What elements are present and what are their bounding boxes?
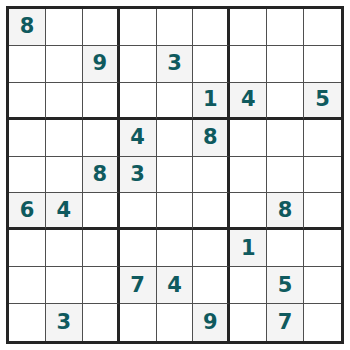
cell-r7c8[interactable]	[267, 230, 304, 267]
cell-r3c8[interactable]	[267, 83, 304, 120]
cell-r9c3[interactable]	[83, 304, 120, 341]
cell-r6c4[interactable]	[120, 193, 157, 230]
cell-r7c1[interactable]	[9, 230, 46, 267]
cell-r2c5[interactable]: 3	[157, 46, 194, 83]
cell-r8c6[interactable]	[193, 267, 230, 304]
cell-r1c1[interactable]: 8	[9, 9, 46, 46]
cell-r5c3[interactable]: 8	[83, 157, 120, 194]
cell-r8c2[interactable]	[46, 267, 83, 304]
cell-r3c2[interactable]	[46, 83, 83, 120]
cell-r9c7[interactable]	[230, 304, 267, 341]
cell-r9c2[interactable]: 3	[46, 304, 83, 341]
cell-r2c8[interactable]	[267, 46, 304, 83]
cell-r7c6[interactable]	[193, 230, 230, 267]
cell-r7c9[interactable]	[304, 230, 341, 267]
cell-r1c3[interactable]	[83, 9, 120, 46]
cell-r8c7[interactable]	[230, 267, 267, 304]
cell-r1c4[interactable]	[120, 9, 157, 46]
cell-r1c2[interactable]	[46, 9, 83, 46]
cell-r4c4[interactable]: 4	[120, 120, 157, 157]
cell-r2c7[interactable]	[230, 46, 267, 83]
cell-r3c7[interactable]: 4	[230, 83, 267, 120]
cell-r7c4[interactable]	[120, 230, 157, 267]
cell-r2c2[interactable]	[46, 46, 83, 83]
cell-r7c7[interactable]: 1	[230, 230, 267, 267]
cell-r5c7[interactable]	[230, 157, 267, 194]
cell-r4c3[interactable]	[83, 120, 120, 157]
cell-r5c6[interactable]	[193, 157, 230, 194]
cell-r6c9[interactable]	[304, 193, 341, 230]
cell-r4c5[interactable]	[157, 120, 194, 157]
cell-r4c8[interactable]	[267, 120, 304, 157]
cell-r9c4[interactable]	[120, 304, 157, 341]
cell-r6c5[interactable]	[157, 193, 194, 230]
cell-r9c6[interactable]: 9	[193, 304, 230, 341]
cell-r6c6[interactable]	[193, 193, 230, 230]
cell-r8c8[interactable]: 5	[267, 267, 304, 304]
sudoku-page: 89314548836481745397	[0, 0, 350, 350]
cell-r3c6[interactable]: 1	[193, 83, 230, 120]
cell-r6c7[interactable]	[230, 193, 267, 230]
sudoku-board: 89314548836481745397	[6, 6, 344, 344]
cell-r3c5[interactable]	[157, 83, 194, 120]
cell-r8c4[interactable]: 7	[120, 267, 157, 304]
cell-r1c7[interactable]	[230, 9, 267, 46]
cell-r8c5[interactable]: 4	[157, 267, 194, 304]
cell-r8c1[interactable]	[9, 267, 46, 304]
cell-r9c9[interactable]	[304, 304, 341, 341]
cell-r9c5[interactable]	[157, 304, 194, 341]
cell-r5c2[interactable]	[46, 157, 83, 194]
cell-r1c5[interactable]	[157, 9, 194, 46]
cell-r7c2[interactable]	[46, 230, 83, 267]
cell-r4c1[interactable]	[9, 120, 46, 157]
cell-r4c6[interactable]: 8	[193, 120, 230, 157]
cell-r5c1[interactable]	[9, 157, 46, 194]
cell-r6c8[interactable]: 8	[267, 193, 304, 230]
cell-r7c3[interactable]	[83, 230, 120, 267]
cell-r1c8[interactable]	[267, 9, 304, 46]
cell-r2c4[interactable]	[120, 46, 157, 83]
cell-r3c4[interactable]	[120, 83, 157, 120]
cell-r8c9[interactable]	[304, 267, 341, 304]
cell-r8c3[interactable]	[83, 267, 120, 304]
cell-r5c8[interactable]	[267, 157, 304, 194]
cell-r5c9[interactable]	[304, 157, 341, 194]
cell-r2c6[interactable]	[193, 46, 230, 83]
cell-r7c5[interactable]	[157, 230, 194, 267]
cell-r9c8[interactable]: 7	[267, 304, 304, 341]
cell-r3c9[interactable]: 5	[304, 83, 341, 120]
cell-r3c3[interactable]	[83, 83, 120, 120]
cell-r5c4[interactable]: 3	[120, 157, 157, 194]
cell-r9c1[interactable]	[9, 304, 46, 341]
cell-r3c1[interactable]	[9, 83, 46, 120]
cell-r2c3[interactable]: 9	[83, 46, 120, 83]
cell-r5c5[interactable]	[157, 157, 194, 194]
cell-r6c2[interactable]: 4	[46, 193, 83, 230]
cell-r4c7[interactable]	[230, 120, 267, 157]
cell-r1c6[interactable]	[193, 9, 230, 46]
cell-r4c9[interactable]	[304, 120, 341, 157]
cell-r2c1[interactable]	[9, 46, 46, 83]
cell-r6c3[interactable]	[83, 193, 120, 230]
cell-r4c2[interactable]	[46, 120, 83, 157]
cell-r2c9[interactable]	[304, 46, 341, 83]
cell-r6c1[interactable]: 6	[9, 193, 46, 230]
cell-r1c9[interactable]	[304, 9, 341, 46]
